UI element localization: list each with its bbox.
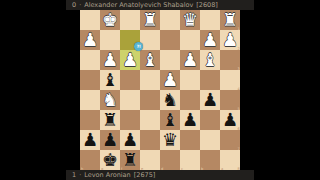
square-b1[interactable]	[200, 10, 220, 30]
square-e1[interactable]: ♜	[140, 10, 160, 30]
square-c3[interactable]: ♟	[180, 50, 200, 70]
square-c7[interactable]	[180, 130, 200, 150]
square-e6[interactable]	[140, 110, 160, 130]
square-h2[interactable]: ♟	[80, 30, 100, 50]
square-g5[interactable]: ♞	[100, 90, 120, 110]
square-c4[interactable]	[180, 70, 200, 90]
square-f7[interactable]: ♟	[120, 130, 140, 150]
white-bishop-e3[interactable]: ♝	[140, 50, 160, 70]
square-d5[interactable]: ♞	[160, 90, 180, 110]
white-bishop-b3[interactable]: ♝	[200, 50, 220, 70]
bottom-player-separator: ·	[79, 170, 81, 180]
black-king-g8[interactable]: ♚	[100, 150, 120, 170]
black-pawn-g7[interactable]: ♟	[100, 130, 120, 150]
square-g3[interactable]: ♟	[100, 50, 120, 70]
square-e8[interactable]: e	[140, 150, 160, 170]
black-pawn-b5[interactable]: ♟	[200, 90, 220, 110]
square-a8[interactable]: 8a	[220, 150, 240, 170]
white-pawn-f3[interactable]: ♟	[120, 50, 140, 70]
bottom-player-rating: [2675]	[134, 170, 156, 180]
white-pawn-c3[interactable]: ♟	[180, 50, 200, 70]
bottom-player-score: 1	[72, 170, 76, 180]
white-pawn-b2[interactable]: ♟	[200, 30, 220, 50]
white-pawn-g3[interactable]: ♟	[100, 50, 120, 70]
black-queen-d7[interactable]: ♛	[160, 130, 180, 150]
black-rook-g6[interactable]: ♜	[100, 110, 120, 130]
square-b6[interactable]	[200, 110, 220, 130]
square-f6[interactable]	[120, 110, 140, 130]
square-g1[interactable]: ♚	[100, 10, 120, 30]
square-c5[interactable]	[180, 90, 200, 110]
white-rook-e1[interactable]: ♜	[140, 10, 160, 30]
chess-board[interactable]: ?! ♚♜♛♜1♟♟♟2♟♟♝♟♝3♝♟4♞♞♟5♜♝♟♟6♟♟♟♛7h♚g♜f…	[80, 10, 240, 170]
top-player-name: Alexander Anatolyevich Shabalov	[84, 0, 193, 10]
square-a3[interactable]: 3	[220, 50, 240, 70]
white-pawn-a2[interactable]: ♟	[220, 30, 240, 50]
square-c1[interactable]: ♛	[180, 10, 200, 30]
square-h6[interactable]	[80, 110, 100, 130]
square-g2[interactable]	[100, 30, 120, 50]
black-rook-f8[interactable]: ♜	[120, 150, 140, 170]
bottom-player-bar: 1 · Levon Aronian [2675]	[66, 170, 254, 180]
square-f5[interactable]	[120, 90, 140, 110]
square-a7[interactable]: 7	[220, 130, 240, 150]
square-f8[interactable]: ♜f	[120, 150, 140, 170]
square-b3[interactable]: ♝	[200, 50, 220, 70]
square-b7[interactable]	[200, 130, 220, 150]
square-f3[interactable]: ♟	[120, 50, 140, 70]
white-queen-c1[interactable]: ♛	[180, 10, 200, 30]
white-rook-a1[interactable]: ♜	[220, 10, 240, 30]
square-a5[interactable]: 5	[220, 90, 240, 110]
bottom-player-name: Levon Aronian	[84, 170, 131, 180]
black-pawn-f7[interactable]: ♟	[120, 130, 140, 150]
inaccuracy-badge-text: ?!	[137, 44, 141, 49]
square-d3[interactable]	[160, 50, 180, 70]
square-f4[interactable]	[120, 70, 140, 90]
square-f1[interactable]	[120, 10, 140, 30]
black-pawn-c6[interactable]: ♟	[180, 110, 200, 130]
square-b8[interactable]: b	[200, 150, 220, 170]
black-bishop-g4[interactable]: ♝	[100, 70, 120, 90]
square-b4[interactable]	[200, 70, 220, 90]
square-a6[interactable]: ♟6	[220, 110, 240, 130]
black-bishop-d6[interactable]: ♝	[160, 110, 180, 130]
square-a4[interactable]: 4	[220, 70, 240, 90]
square-a2[interactable]: ♟2	[220, 30, 240, 50]
white-pawn-h2[interactable]: ♟	[80, 30, 100, 50]
square-g6[interactable]: ♜	[100, 110, 120, 130]
top-player-separator: ·	[79, 0, 81, 10]
square-d8[interactable]: d	[160, 150, 180, 170]
black-pawn-a6[interactable]: ♟	[220, 110, 240, 130]
square-e5[interactable]	[140, 90, 160, 110]
square-b5[interactable]: ♟	[200, 90, 220, 110]
square-c6[interactable]: ♟	[180, 110, 200, 130]
square-e2[interactable]	[140, 30, 160, 50]
white-knight-g5[interactable]: ♞	[100, 90, 120, 110]
square-h8[interactable]: h	[80, 150, 100, 170]
white-pawn-d4[interactable]: ♟	[160, 70, 180, 90]
square-c8[interactable]: c	[180, 150, 200, 170]
square-g7[interactable]: ♟	[100, 130, 120, 150]
black-knight-d5[interactable]: ♞	[160, 90, 180, 110]
square-e7[interactable]	[140, 130, 160, 150]
square-e3[interactable]: ♝	[140, 50, 160, 70]
square-b2[interactable]: ♟	[200, 30, 220, 50]
square-h7[interactable]: ♟	[80, 130, 100, 150]
square-e4[interactable]	[140, 70, 160, 90]
square-g4[interactable]: ♝	[100, 70, 120, 90]
square-g8[interactable]: ♚g	[100, 150, 120, 170]
square-d6[interactable]: ♝	[160, 110, 180, 130]
square-h3[interactable]	[80, 50, 100, 70]
square-d2[interactable]	[160, 30, 180, 50]
square-d1[interactable]	[160, 10, 180, 30]
square-h4[interactable]	[80, 70, 100, 90]
square-h1[interactable]	[80, 10, 100, 30]
top-player-score: 0	[72, 0, 76, 10]
white-king-g1[interactable]: ♚	[100, 10, 120, 30]
square-h5[interactable]	[80, 90, 100, 110]
square-d4[interactable]: ♟	[160, 70, 180, 90]
black-pawn-h7[interactable]: ♟	[80, 130, 100, 150]
square-a1[interactable]: ♜1	[220, 10, 240, 30]
square-d7[interactable]: ♛	[160, 130, 180, 150]
top-player-rating: [2608]	[196, 0, 218, 10]
square-c2[interactable]	[180, 30, 200, 50]
inaccuracy-badge-icon: ?!	[134, 42, 143, 51]
